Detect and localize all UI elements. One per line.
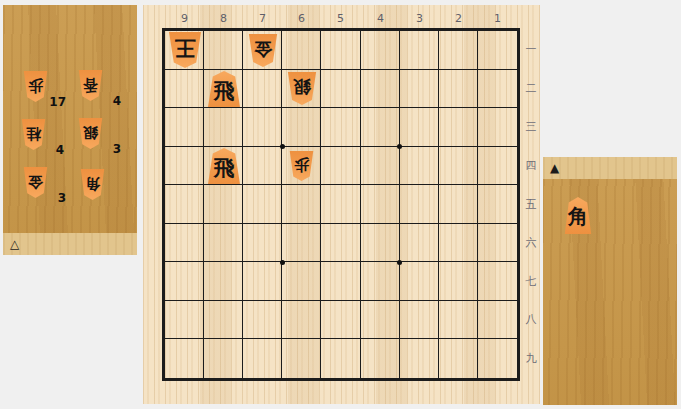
hoshi-dot [397, 144, 402, 149]
board-cell[interactable] [439, 31, 478, 70]
board-cell[interactable] [439, 301, 478, 340]
board-cell[interactable] [165, 339, 204, 378]
board-cell[interactable] [400, 70, 439, 109]
board-cell[interactable] [204, 262, 243, 301]
knight-piece[interactable]: 桂 [21, 119, 46, 150]
board-cell[interactable] [204, 224, 243, 263]
rank-label-6: 六 [523, 235, 539, 251]
bishop-piece[interactable]: 角 [80, 169, 105, 200]
board-cell[interactable] [400, 185, 439, 224]
board-cell[interactable] [282, 339, 321, 378]
silver-piece[interactable]: 銀 [78, 118, 103, 149]
board-cell[interactable] [282, 185, 321, 224]
bishop-kanji: 角 [568, 201, 588, 231]
pawn-kanji: 歩 [28, 76, 43, 97]
silver-count: 3 [113, 142, 121, 156]
board-cell[interactable] [361, 31, 400, 70]
rook-kanji: 飛 [214, 73, 235, 104]
file-label-1: 1 [478, 11, 517, 27]
board-cell[interactable] [478, 224, 517, 263]
rank-label-3: 三 [523, 119, 539, 135]
gote-hand-silver[interactable]: 銀 3 [78, 118, 103, 149]
lance-piece[interactable]: 香 [78, 70, 103, 101]
board-cell[interactable] [243, 262, 282, 301]
board-cell[interactable] [204, 339, 243, 378]
board-cell[interactable] [165, 262, 204, 301]
board-cell[interactable] [361, 339, 400, 378]
board-cell[interactable] [282, 108, 321, 147]
rank-label-7: 七 [523, 274, 539, 290]
board-cell[interactable] [321, 185, 360, 224]
board-cell[interactable] [321, 31, 360, 70]
gold-kanji: 金 [254, 37, 272, 64]
board-cell[interactable] [361, 147, 400, 186]
gote-hand-gold[interactable]: 金 3 [23, 167, 48, 198]
board-cell[interactable] [439, 262, 478, 301]
board-cell[interactable] [165, 301, 204, 340]
board-cell[interactable] [282, 262, 321, 301]
gold-piece[interactable]: 金 [23, 167, 48, 198]
board-cell[interactable] [321, 224, 360, 263]
rank-label-8: 八 [523, 312, 539, 328]
shogi-board-panel: 9 8 7 6 5 4 3 2 1 一 二 三 四 五 六 七 八 九 王 金 … [143, 5, 540, 404]
sente-hand-bishop[interactable]: 角 [564, 197, 592, 234]
board-cell[interactable] [400, 108, 439, 147]
board-cell[interactable] [204, 301, 243, 340]
gote-hand-bishop[interactable]: 角 [80, 169, 105, 200]
file-label-5: 5 [321, 11, 360, 27]
board-cell[interactable] [282, 31, 321, 70]
board-cell[interactable] [478, 262, 517, 301]
gote-marker-icon: △ [10, 238, 19, 250]
lance-kanji: 香 [83, 75, 98, 96]
knight-count: 4 [56, 143, 64, 157]
gote-tray-strip: △ [3, 233, 137, 255]
board-cell[interactable] [478, 70, 517, 109]
board-cell[interactable] [243, 301, 282, 340]
rank-label-5: 五 [523, 197, 539, 213]
bishop-piece[interactable]: 角 [564, 197, 592, 234]
file-label-7: 7 [243, 11, 282, 27]
file-label-9: 9 [165, 11, 204, 27]
board-cell[interactable] [478, 301, 517, 340]
gote-hand-panel: 歩 17 香 4 桂 4 銀 3 金 3 角 △ [3, 5, 137, 255]
board-cell[interactable] [361, 262, 400, 301]
board-cell[interactable] [439, 224, 478, 263]
file-label-2: 2 [439, 11, 478, 27]
hoshi-dot [280, 144, 285, 149]
board-cell[interactable] [361, 301, 400, 340]
board-cell[interactable] [321, 70, 360, 109]
pawn-piece[interactable]: 歩 [23, 71, 48, 102]
board-cell[interactable] [478, 31, 517, 70]
file-label-8: 8 [204, 11, 243, 27]
board-cell[interactable] [361, 108, 400, 147]
rank-label-1: 一 [523, 42, 539, 58]
board-cell[interactable] [243, 185, 282, 224]
file-label-3: 3 [400, 11, 439, 27]
lance-count: 4 [113, 94, 121, 108]
board-cell[interactable] [321, 301, 360, 340]
board-cell[interactable] [204, 31, 243, 70]
pawn-kanji: 歩 [294, 155, 309, 176]
board-cell[interactable] [321, 147, 360, 186]
sente-tray-strip: ▲ [543, 157, 677, 179]
board-cell[interactable] [439, 108, 478, 147]
board-cell[interactable] [400, 31, 439, 70]
gold-kanji: 金 [28, 172, 43, 193]
file-label-4: 4 [361, 11, 400, 27]
hoshi-dot [280, 260, 285, 265]
board-cell[interactable] [165, 224, 204, 263]
board-cell[interactable] [204, 185, 243, 224]
board-cell[interactable] [321, 262, 360, 301]
board-cell[interactable] [439, 339, 478, 378]
rank-label-4: 四 [523, 158, 539, 174]
board-cell[interactable] [439, 185, 478, 224]
sente-marker-icon: ▲ [550, 162, 559, 174]
board-cell[interactable] [243, 339, 282, 378]
board-cell[interactable] [165, 185, 204, 224]
bishop-kanji: 角 [85, 174, 100, 195]
file-label-6: 6 [282, 11, 321, 27]
board-cell[interactable] [400, 301, 439, 340]
board-cell[interactable] [321, 108, 360, 147]
sente-hand-panel: ▲ 角 [543, 157, 677, 405]
board-cell[interactable] [321, 339, 360, 378]
hoshi-dot [397, 260, 402, 265]
board-cell[interactable] [478, 108, 517, 147]
board-cell[interactable] [439, 70, 478, 109]
gote-hand-lance[interactable]: 香 4 [78, 70, 103, 101]
board-cell[interactable] [439, 147, 478, 186]
board-cell[interactable] [478, 339, 517, 378]
board-cell[interactable] [400, 339, 439, 378]
board-cell[interactable] [361, 70, 400, 109]
board-cell[interactable] [400, 224, 439, 263]
board-cell[interactable] [243, 70, 282, 109]
rank-label-9: 九 [523, 351, 539, 367]
gold-count: 3 [58, 191, 66, 205]
board-cell[interactable] [165, 147, 204, 186]
board-cell[interactable] [478, 185, 517, 224]
board-cell[interactable] [478, 147, 517, 186]
board-cell[interactable] [361, 224, 400, 263]
board-cell[interactable] [282, 301, 321, 340]
board-cell[interactable] [361, 185, 400, 224]
board-cell[interactable] [204, 108, 243, 147]
knight-kanji: 桂 [26, 124, 41, 145]
board-cell[interactable] [243, 108, 282, 147]
silver-kanji: 銀 [83, 123, 98, 144]
king-kanji: 王 [175, 34, 196, 65]
gote-hand-pawn[interactable]: 歩 17 [23, 71, 48, 102]
board-cell[interactable] [165, 108, 204, 147]
gote-hand-knight[interactable]: 桂 4 [21, 119, 46, 150]
silver-kanji: 銀 [293, 75, 311, 102]
board-cell[interactable] [243, 224, 282, 263]
rank-label-2: 二 [523, 81, 539, 97]
board-cell[interactable] [243, 147, 282, 186]
board-cell[interactable] [165, 70, 204, 109]
board-cell[interactable] [400, 262, 439, 301]
board-cell[interactable] [282, 224, 321, 263]
rook-kanji: 飛 [214, 150, 235, 181]
pawn-count: 17 [49, 95, 66, 109]
board-cell[interactable] [400, 147, 439, 186]
